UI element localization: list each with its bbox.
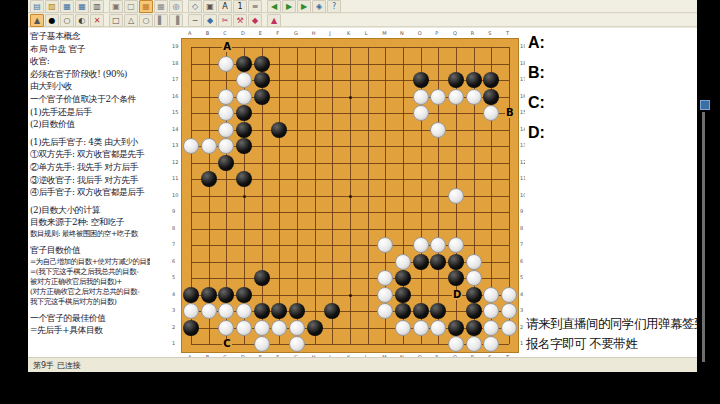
bracket-right-icon[interactable]: ▐ bbox=[169, 14, 183, 27]
coord-row-left: 17 bbox=[172, 76, 178, 82]
answer-panel: A:B:C:D: 请来到直播间的同学们用弹幕签到报名字即可 不要带姓 bbox=[525, 28, 697, 357]
white-stone-S15[interactable] bbox=[483, 105, 499, 121]
pointer-icon[interactable]: ▲ bbox=[30, 14, 44, 27]
save-icon[interactable]: ▦ bbox=[60, 0, 74, 13]
circle-mark-icon[interactable]: ○ bbox=[139, 14, 153, 27]
coord-row-left: 7 bbox=[172, 241, 175, 247]
black-stone-Q17[interactable] bbox=[448, 72, 464, 88]
black-stone-R3[interactable] bbox=[466, 303, 482, 319]
pass-icon[interactable]: − bbox=[188, 14, 202, 27]
white-stone-G1[interactable] bbox=[289, 336, 305, 352]
white-stone-C13[interactable] bbox=[218, 138, 234, 154]
lesson-line: 必须在官子阶段收! (90%) bbox=[30, 68, 150, 81]
letter-icon[interactable]: A bbox=[218, 0, 232, 13]
erase-icon[interactable]: ✕ bbox=[90, 14, 104, 27]
answer-label-C: C: bbox=[525, 88, 697, 118]
board-setup-icon[interactable]: ▦ bbox=[139, 0, 153, 13]
flag-tool-icon[interactable]: ▲ bbox=[267, 14, 281, 27]
coord-row-left: 1 bbox=[172, 340, 175, 346]
marker-icon[interactable]: ▣ bbox=[203, 0, 217, 13]
white-stone-T3[interactable] bbox=[501, 303, 517, 319]
lesson-line: (2)目数大小的计算 bbox=[30, 204, 150, 217]
coord-row-left: 6 bbox=[172, 258, 175, 264]
coord-row-left: 14 bbox=[172, 126, 178, 132]
save-as-icon[interactable]: ▦ bbox=[75, 0, 89, 13]
white-stone-M4[interactable] bbox=[377, 287, 393, 303]
white-stone-C16[interactable] bbox=[218, 89, 234, 105]
coord-row-right: 2 bbox=[520, 324, 523, 330]
lesson-line: 一个官子价值取决于2个条件 bbox=[30, 93, 150, 106]
grid-line-horizontal bbox=[191, 212, 509, 213]
scrollbar-remnant-track bbox=[702, 112, 705, 362]
black-stone-F14[interactable] bbox=[271, 122, 287, 138]
black-stone-D15[interactable] bbox=[236, 105, 252, 121]
black-stone-P6[interactable] bbox=[430, 254, 446, 270]
lesson-line: 布局 中盘 官子 bbox=[30, 43, 150, 56]
coord-col-top: A bbox=[188, 30, 191, 36]
number-icon[interactable]: 1 bbox=[233, 0, 247, 13]
white-stone-N6[interactable] bbox=[395, 254, 411, 270]
coord-col-top: E bbox=[259, 30, 262, 36]
answer-label-D: D: bbox=[525, 118, 697, 148]
coord-col-top: M bbox=[382, 30, 386, 36]
white-stone-Q16[interactable] bbox=[448, 89, 464, 105]
toolbar-separator bbox=[342, 1, 346, 12]
white-stone-T2[interactable] bbox=[501, 320, 517, 336]
white-stone-O16[interactable] bbox=[413, 89, 429, 105]
lesson-line: 一个官子的最佳价值 bbox=[30, 312, 150, 325]
black-stone-G3[interactable] bbox=[289, 303, 305, 319]
lesson-line: 被对方正确收官后我的目数)+ bbox=[30, 277, 150, 287]
grid-icon[interactable]: ▦ bbox=[154, 0, 168, 13]
help-icon[interactable]: ? bbox=[327, 0, 341, 13]
white-stone-D3[interactable] bbox=[236, 303, 252, 319]
coord-col-top: C bbox=[223, 30, 227, 36]
lesson-line: ④后手官子: 双方收官都是后手 bbox=[30, 186, 150, 199]
grid-line-horizontal bbox=[191, 229, 509, 230]
livestream-notice: 请来到直播间的同学们用弹幕签到报名字即可 不要带姓 bbox=[526, 314, 696, 354]
white-stone-P14[interactable] bbox=[430, 122, 446, 138]
coord-col-top: D bbox=[241, 30, 245, 36]
status-text: 第9手 已连接 bbox=[33, 361, 81, 370]
coord-row-left: 9 bbox=[172, 208, 175, 214]
white-stone-S4[interactable] bbox=[483, 287, 499, 303]
coord-row-left: 13 bbox=[172, 142, 178, 148]
lesson-line: 官子目数价值 bbox=[30, 244, 150, 257]
zoom-icon[interactable]: ◎ bbox=[169, 0, 183, 13]
coord-col-top: H bbox=[312, 30, 316, 36]
lesson-line: 我下完这手棋后对方的目数) bbox=[30, 297, 150, 307]
lesson-line: 由大到小收 bbox=[30, 80, 150, 93]
print-icon[interactable]: ▥ bbox=[90, 0, 104, 13]
star-point bbox=[349, 294, 352, 297]
lesson-line: (1)先手还是后手 bbox=[30, 106, 150, 119]
lesson-line: ②单方先手: 我先手 对方后手 bbox=[30, 161, 150, 174]
black-stone-D14[interactable] bbox=[236, 122, 252, 138]
copy-icon[interactable]: ▣ bbox=[109, 0, 123, 13]
coord-col-top: P bbox=[435, 30, 438, 36]
white-stone-C18[interactable] bbox=[218, 56, 234, 72]
white-stone-Q7[interactable] bbox=[448, 237, 464, 253]
back-icon[interactable]: ◀ bbox=[267, 0, 281, 13]
lesson-line: ①双方先手: 双方收官都是先手 bbox=[30, 148, 150, 161]
black-stone-E17[interactable] bbox=[254, 72, 270, 88]
black-stone-C4[interactable] bbox=[218, 287, 234, 303]
coord-col-top: N bbox=[400, 30, 404, 36]
coord-row-right: 9 bbox=[520, 208, 523, 214]
notice-line: 报名字即可 不要带姓 bbox=[526, 334, 696, 354]
count-icon[interactable]: ◆ bbox=[203, 14, 217, 27]
white-stone-D16[interactable] bbox=[236, 89, 252, 105]
white-stone-E2[interactable] bbox=[254, 320, 270, 336]
scrollbar-remnant-icon bbox=[700, 100, 710, 110]
coord-col-top: G bbox=[294, 30, 298, 36]
lesson-notes-panel: 官子基本概念布局 中盘 官子收官:必须在官子阶段收! (90%)由大到小收一个官… bbox=[28, 28, 150, 357]
board-annotation-B: B bbox=[505, 108, 515, 118]
black-stone-E18[interactable] bbox=[254, 56, 270, 72]
black-stone-N4[interactable] bbox=[395, 287, 411, 303]
triangle-mark-icon[interactable]: △ bbox=[124, 14, 138, 27]
black-stone-Q6[interactable] bbox=[448, 254, 464, 270]
coord-col-top: F bbox=[276, 30, 279, 36]
white-stone-C14[interactable] bbox=[218, 122, 234, 138]
board-annotation-A: A bbox=[222, 42, 232, 52]
white-stone-Q10[interactable] bbox=[448, 188, 464, 204]
white-stone-M7[interactable] bbox=[377, 237, 393, 253]
black-stone-D13[interactable] bbox=[236, 138, 252, 154]
info-icon[interactable]: ◈ bbox=[312, 0, 326, 13]
coord-row-right: 5 bbox=[520, 274, 523, 280]
white-stone-T4[interactable] bbox=[501, 287, 517, 303]
coord-col-top: Q bbox=[453, 30, 457, 36]
coord-row-left: 15 bbox=[172, 109, 178, 115]
black-stone-E3[interactable] bbox=[254, 303, 270, 319]
coord-row-left: 12 bbox=[172, 159, 178, 165]
white-stone-P2[interactable] bbox=[430, 320, 446, 336]
white-stone-A3[interactable] bbox=[183, 303, 199, 319]
lesson-line: 数目规则: 最终被围困的空+吃子数 bbox=[30, 229, 150, 239]
board-annotation-C: C bbox=[222, 339, 231, 349]
coord-row-left: 4 bbox=[172, 291, 175, 297]
lesson-line: =先后手+具体目数 bbox=[30, 324, 150, 337]
lesson-line: (对方正确收官之后对方总共的目数- bbox=[30, 287, 150, 297]
coord-col-top: R bbox=[471, 30, 474, 36]
open-file-icon[interactable]: ▨ bbox=[45, 0, 59, 13]
black-stone-C12[interactable] bbox=[218, 155, 234, 171]
black-stone-N3[interactable] bbox=[395, 303, 411, 319]
coord-row-right: 3 bbox=[520, 307, 523, 313]
white-stone-R1[interactable] bbox=[466, 336, 482, 352]
black-stone-D11[interactable] bbox=[236, 171, 252, 187]
black-stone-D4[interactable] bbox=[236, 287, 252, 303]
white-stone-E1[interactable] bbox=[254, 336, 270, 352]
black-stone-Q2[interactable] bbox=[448, 320, 464, 336]
answer-label-B: B: bbox=[525, 58, 697, 88]
coord-row-left: 2 bbox=[172, 324, 175, 330]
status-bar: 第9手 已连接 bbox=[28, 357, 697, 372]
black-stone-R4[interactable] bbox=[466, 287, 482, 303]
black-stone-N5[interactable] bbox=[395, 270, 411, 286]
black-stone-E5[interactable] bbox=[254, 270, 270, 286]
hammer-tool-icon[interactable]: ⚒ bbox=[233, 14, 247, 27]
black-stone-O17[interactable] bbox=[413, 72, 429, 88]
lesson-line: 目数来源于2种: 空和吃子 bbox=[30, 216, 150, 229]
lesson-line: 官子基本概念 bbox=[30, 30, 150, 43]
coord-row-left: 10 bbox=[172, 192, 178, 198]
star-point bbox=[243, 195, 246, 198]
white-stone-M5[interactable] bbox=[377, 270, 393, 286]
coord-row-left: 16 bbox=[172, 93, 178, 99]
coord-col-top: B bbox=[206, 30, 209, 36]
white-stone-D17[interactable] bbox=[236, 72, 252, 88]
white-stone-S2[interactable] bbox=[483, 320, 499, 336]
coord-row-left: 3 bbox=[172, 307, 175, 313]
black-stone-J3[interactable] bbox=[324, 303, 340, 319]
coord-row-right: 6 bbox=[520, 258, 523, 264]
white-stone-P7[interactable] bbox=[430, 237, 446, 253]
square-mark-icon[interactable]: □ bbox=[109, 14, 123, 27]
coord-row-left: 8 bbox=[172, 225, 175, 231]
white-stone-F2[interactable] bbox=[271, 320, 287, 336]
white-stone-M3[interactable] bbox=[377, 303, 393, 319]
black-stone-H2[interactable] bbox=[307, 320, 323, 336]
white-stone-O2[interactable] bbox=[413, 320, 429, 336]
coord-col-top: L bbox=[365, 30, 368, 36]
white-stone-C3[interactable] bbox=[218, 303, 234, 319]
coord-row-right: 8 bbox=[520, 225, 523, 231]
white-stone-P16[interactable] bbox=[430, 89, 446, 105]
star-point bbox=[349, 195, 352, 198]
play-icon[interactable]: ▶ bbox=[282, 0, 296, 13]
black-stone-F3[interactable] bbox=[271, 303, 287, 319]
rotate-icon[interactable]: ◇ bbox=[188, 0, 202, 13]
white-stone-S1[interactable] bbox=[483, 336, 499, 352]
white-stone-icon[interactable]: ○ bbox=[60, 14, 74, 27]
coord-row-left: 11 bbox=[172, 175, 178, 181]
go-board[interactable]: ABCD bbox=[181, 38, 519, 353]
coord-col-top: S bbox=[488, 30, 491, 36]
toolbar-row-1: ▤▨▦▦▥▣▢▦▦◎◇▣A1≡◀▶▶◈? bbox=[28, 0, 697, 13]
black-stone-P3[interactable] bbox=[430, 303, 446, 319]
lesson-line: =为自己增加的目数+使对方减少的目数= bbox=[30, 257, 150, 267]
coord-col-top: J bbox=[329, 30, 330, 36]
white-stone-B13[interactable] bbox=[201, 138, 217, 154]
coord-row-left: 18 bbox=[172, 60, 178, 66]
lesson-line: ③逆收官子: 我后手 对方先手 bbox=[30, 174, 150, 187]
bracket-left-icon[interactable]: ▌ bbox=[154, 14, 168, 27]
grid-line-vertical bbox=[368, 47, 369, 344]
white-stone-C15[interactable] bbox=[218, 105, 234, 121]
black-stone-O6[interactable] bbox=[413, 254, 429, 270]
paste-icon[interactable]: ▢ bbox=[124, 0, 138, 13]
pick-tool-icon[interactable]: ◆ bbox=[248, 14, 262, 27]
white-stone-Q1[interactable] bbox=[448, 336, 464, 352]
star-point bbox=[349, 96, 352, 99]
coord-row-right: 1 bbox=[520, 340, 523, 346]
white-stone-C2[interactable] bbox=[218, 320, 234, 336]
white-stone-A13[interactable] bbox=[183, 138, 199, 154]
go-teaching-app-window: ▤▨▦▦▥▣▢▦▦◎◇▣A1≡◀▶▶◈? ▲●○◐✕□△○▌▐−◆✂⚒◆▲ 官子… bbox=[28, 0, 697, 372]
white-stone-N2[interactable] bbox=[395, 320, 411, 336]
white-stone-O7[interactable] bbox=[413, 237, 429, 253]
black-stone-A4[interactable] bbox=[183, 287, 199, 303]
lesson-line: (1)先后手官子: 4类 由大到小 bbox=[30, 136, 150, 149]
lesson-line: (2)目数价值 bbox=[30, 118, 150, 131]
white-stone-D2[interactable] bbox=[236, 320, 252, 336]
toolbar-row-2: ▲●○◐✕□△○▌▐−◆✂⚒◆▲ bbox=[28, 14, 697, 27]
black-stone-B4[interactable] bbox=[201, 287, 217, 303]
board-panel: ABCD AA1919BB1818CC1717DD1616EE1515FF141… bbox=[150, 28, 525, 357]
white-stone-R5[interactable] bbox=[466, 270, 482, 286]
black-stone-Q5[interactable] bbox=[448, 270, 464, 286]
tree-icon[interactable]: ≡ bbox=[248, 0, 262, 13]
screen: ▤▨▦▦▥▣▢▦▦◎◇▣A1≡◀▶▶◈? ▲●○◐✕□△○▌▐−◆✂⚒◆▲ 官子… bbox=[0, 0, 720, 404]
black-stone-B11[interactable] bbox=[201, 171, 217, 187]
answer-label-list: A:B:C:D: bbox=[525, 28, 697, 148]
black-stone-A2[interactable] bbox=[183, 320, 199, 336]
white-stone-S3[interactable] bbox=[483, 303, 499, 319]
coord-col-top: O bbox=[418, 30, 422, 36]
new-board-icon[interactable]: ▤ bbox=[30, 0, 44, 13]
white-stone-R16[interactable] bbox=[466, 89, 482, 105]
white-stone-R6[interactable] bbox=[466, 254, 482, 270]
coord-col-top: K bbox=[347, 30, 350, 36]
alt-stone-icon[interactable]: ◐ bbox=[75, 14, 89, 27]
white-stone-B3[interactable] bbox=[201, 303, 217, 319]
coord-row-right: 7 bbox=[520, 241, 523, 247]
fast-forward-icon[interactable]: ▶ bbox=[297, 0, 311, 13]
white-stone-G2[interactable] bbox=[289, 320, 305, 336]
answer-label-A: A: bbox=[525, 28, 697, 58]
black-stone-O3[interactable] bbox=[413, 303, 429, 319]
black-stone-S17[interactable] bbox=[483, 72, 499, 88]
black-stone-S16[interactable] bbox=[483, 89, 499, 105]
lesson-line: 收官: bbox=[30, 55, 150, 68]
black-stone-icon[interactable]: ● bbox=[45, 14, 59, 27]
white-stone-O15[interactable] bbox=[413, 105, 429, 121]
cut-tool-icon[interactable]: ✂ bbox=[218, 14, 232, 27]
black-stone-R17[interactable] bbox=[466, 72, 482, 88]
black-stone-D18[interactable] bbox=[236, 56, 252, 72]
black-stone-R2[interactable] bbox=[466, 320, 482, 336]
black-stone-E16[interactable] bbox=[254, 89, 270, 105]
coord-row-left: 19 bbox=[172, 43, 178, 49]
board-annotation-D: D bbox=[452, 290, 462, 300]
coord-col-top: T bbox=[506, 30, 509, 36]
notice-line: 请来到直播间的同学们用弹幕签到 bbox=[526, 314, 696, 334]
lesson-line: =(我下完这手棋之后我总共的目数- bbox=[30, 267, 150, 277]
coord-row-right: 4 bbox=[520, 291, 523, 297]
coord-row-left: 5 bbox=[172, 274, 175, 280]
